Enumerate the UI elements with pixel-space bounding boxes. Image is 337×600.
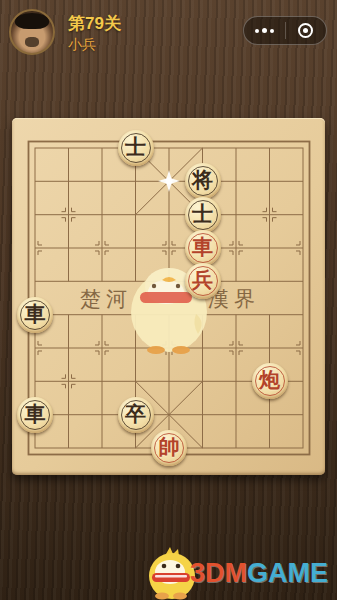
bottom-toolbar: 锦 15 求助 2步	[0, 520, 337, 600]
piece-red-帥[interactable]: 帥	[151, 430, 187, 466]
river-label-left: 楚河	[80, 287, 132, 311]
piece-black-士[interactable]: 士	[185, 197, 221, 233]
level-title: 第79关	[68, 12, 121, 35]
piece-red-車[interactable]: 車	[185, 230, 221, 266]
target-circle-icon	[298, 23, 313, 38]
piece-black-士[interactable]: 士	[118, 130, 154, 166]
wechat-capsule	[243, 16, 327, 45]
more-button[interactable]	[244, 17, 285, 44]
piece-black-卒[interactable]: 卒	[118, 397, 154, 433]
piece-red-兵[interactable]: 兵	[185, 263, 221, 299]
level-subtitle: 小兵	[68, 36, 96, 54]
header: 第79关 小兵	[0, 0, 337, 62]
player-avatar[interactable]	[9, 9, 55, 55]
board-grid: 楚河 漢界	[12, 118, 325, 475]
piece-black-将[interactable]: 将	[185, 163, 221, 199]
piece-black-車[interactable]: 車	[17, 397, 53, 433]
piece-black-車[interactable]: 車	[17, 297, 53, 333]
piece-red-炮[interactable]: 炮	[252, 363, 288, 399]
home-button[interactable]	[286, 17, 327, 44]
xiangqi-board[interactable]: 楚河 漢界	[12, 118, 325, 475]
ellipsis-icon	[255, 28, 274, 33]
